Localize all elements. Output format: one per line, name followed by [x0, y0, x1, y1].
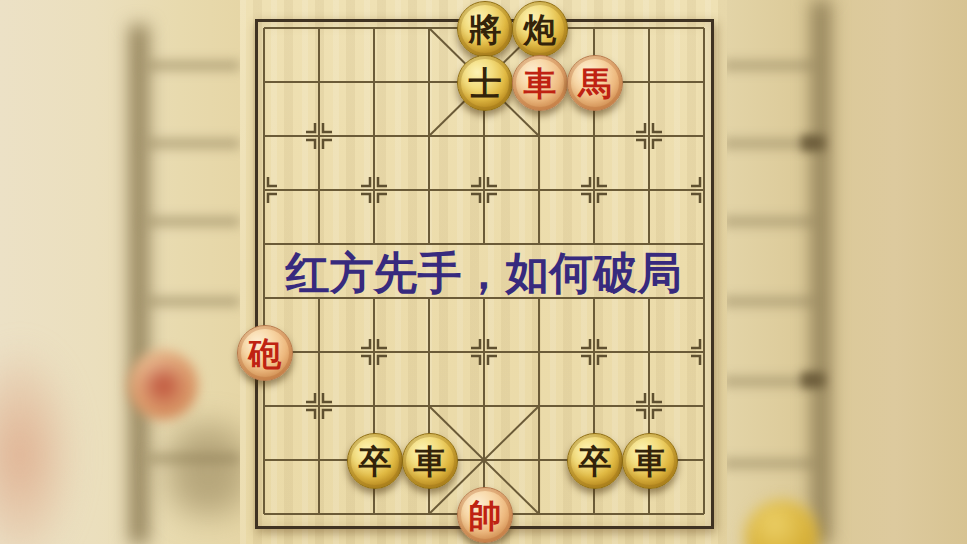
- blur-artifact-board-edge: [812, 0, 830, 544]
- piece-black-advisor[interactable]: 士: [457, 55, 513, 111]
- piece-red-horse[interactable]: 馬: [567, 55, 623, 111]
- piece-black-chariot[interactable]: 車: [622, 433, 678, 489]
- piece-red-general[interactable]: 帥: [457, 487, 513, 543]
- blur-artifact-line: [727, 218, 815, 225]
- blur-artifact-line: [727, 460, 815, 467]
- blur-artifact-line: [145, 140, 240, 147]
- blur-artifact-line: [727, 62, 815, 69]
- blur-artifact-line: [145, 298, 240, 305]
- blur-artifact-red-mark: [146, 368, 180, 402]
- blur-artifact-red-piece: [128, 350, 198, 420]
- piece-black-cannon[interactable]: 炮: [512, 1, 568, 57]
- blur-artifact-yellow-piece: [745, 500, 819, 544]
- piece-black-soldier[interactable]: 卒: [567, 433, 623, 489]
- blurred-background-right: [727, 0, 967, 544]
- blur-artifact-pink: [0, 340, 80, 544]
- piece-black-general[interactable]: 將: [457, 1, 513, 57]
- piece-red-chariot[interactable]: 車: [512, 55, 568, 111]
- blur-artifact-cross: [801, 135, 825, 151]
- puzzle-caption: 红方先手，如何破局: [240, 244, 727, 303]
- blur-artifact-line: [145, 218, 240, 225]
- piece-black-chariot[interactable]: 車: [402, 433, 458, 489]
- blur-artifact-line: [145, 62, 240, 69]
- piece-black-soldier[interactable]: 卒: [347, 433, 403, 489]
- blurred-background-left: [0, 0, 240, 544]
- xiangqi-board: 红方先手，如何破局 將炮士車馬砲卒車卒車帥: [240, 0, 727, 544]
- blur-artifact-line: [727, 298, 815, 305]
- blur-artifact-board-edge: [130, 25, 148, 544]
- piece-red-cannon[interactable]: 砲: [237, 325, 293, 381]
- blur-artifact-cross: [801, 372, 825, 388]
- blur-artifact-shadow: [168, 425, 240, 515]
